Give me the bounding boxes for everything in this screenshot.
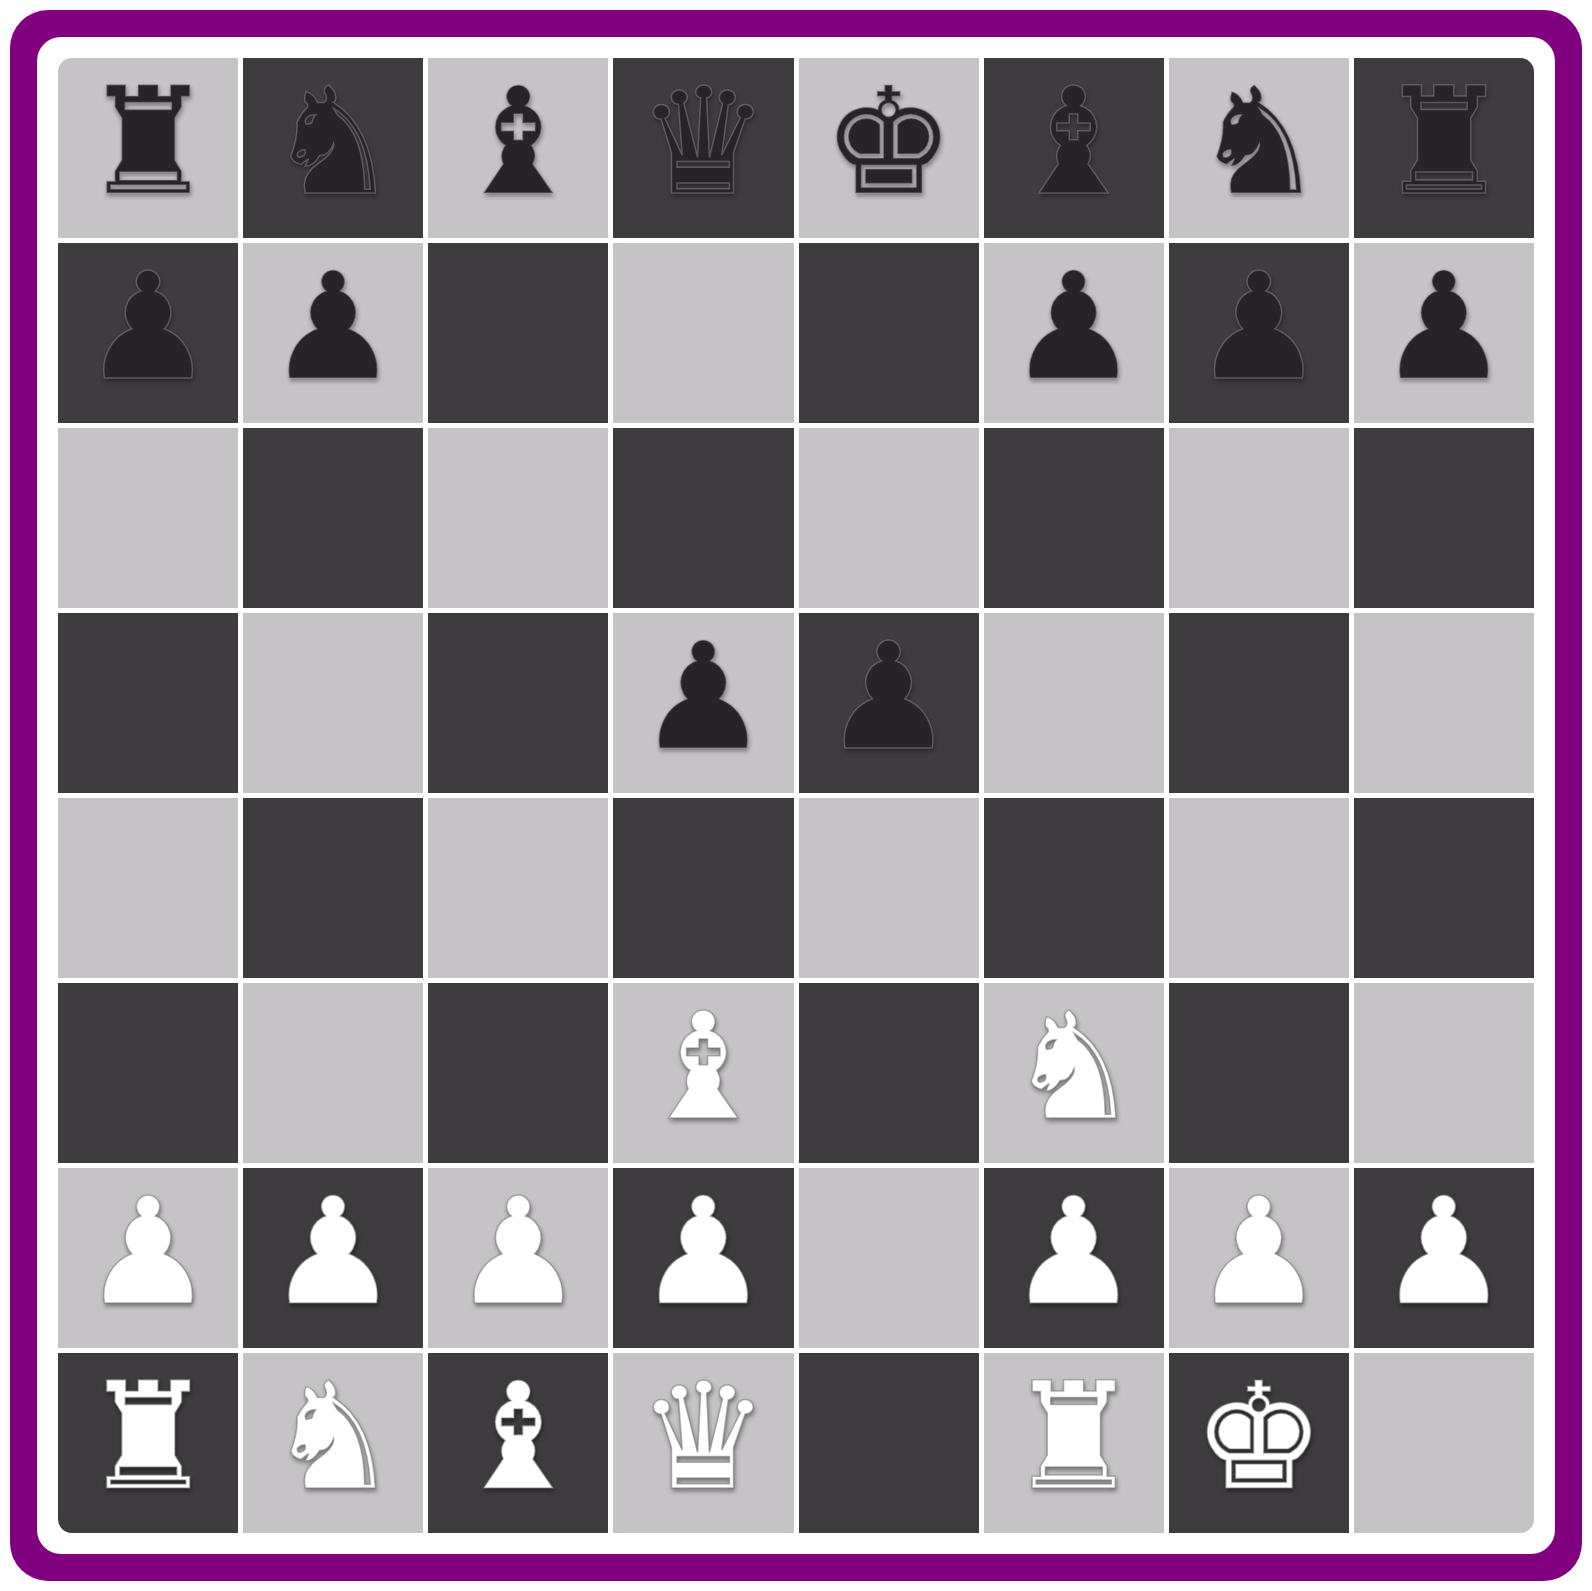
square-e8[interactable]: ♚ (799, 58, 979, 238)
square-e6[interactable] (799, 428, 979, 608)
white-knight[interactable]: ♞ (267, 1363, 400, 1511)
square-b2[interactable]: ♟ (243, 1168, 423, 1348)
black-rook[interactable]: ♜ (82, 68, 215, 216)
square-e7[interactable] (799, 243, 979, 423)
square-d6[interactable] (613, 428, 793, 608)
square-a4[interactable] (58, 798, 238, 978)
square-f7[interactable]: ♟ (984, 243, 1164, 423)
square-b5[interactable] (243, 613, 423, 793)
square-d5[interactable]: ♟ (613, 613, 793, 793)
black-knight[interactable]: ♞ (1192, 68, 1325, 216)
white-pawn[interactable]: ♟ (1192, 1178, 1325, 1326)
square-c1[interactable]: ♝ (428, 1353, 608, 1533)
square-g7[interactable]: ♟ (1169, 243, 1349, 423)
white-bishop[interactable]: ♝ (452, 1363, 585, 1511)
white-bishop[interactable]: ♝ (637, 993, 770, 1141)
square-b6[interactable] (243, 428, 423, 608)
white-pawn[interactable]: ♟ (82, 1178, 215, 1326)
black-queen[interactable]: ♛ (637, 68, 770, 216)
square-f2[interactable]: ♟ (984, 1168, 1164, 1348)
square-f6[interactable] (984, 428, 1164, 608)
square-h1[interactable] (1354, 1353, 1534, 1533)
square-c4[interactable] (428, 798, 608, 978)
square-g6[interactable] (1169, 428, 1349, 608)
square-h6[interactable] (1354, 428, 1534, 608)
square-b7[interactable]: ♟ (243, 243, 423, 423)
square-g4[interactable] (1169, 798, 1349, 978)
square-e2[interactable] (799, 1168, 979, 1348)
black-knight[interactable]: ♞ (267, 68, 400, 216)
square-b4[interactable] (243, 798, 423, 978)
square-d4[interactable] (613, 798, 793, 978)
black-pawn[interactable]: ♟ (1007, 253, 1140, 401)
white-rook[interactable]: ♜ (82, 1363, 215, 1511)
square-a5[interactable] (58, 613, 238, 793)
black-bishop[interactable]: ♝ (1007, 68, 1140, 216)
square-a8[interactable]: ♜ (58, 58, 238, 238)
white-pawn[interactable]: ♟ (267, 1178, 400, 1326)
square-d2[interactable]: ♟ (613, 1168, 793, 1348)
square-b3[interactable] (243, 983, 423, 1163)
square-h5[interactable] (1354, 613, 1534, 793)
black-pawn[interactable]: ♟ (1192, 253, 1325, 401)
white-pawn[interactable]: ♟ (637, 1178, 770, 1326)
square-a3[interactable] (58, 983, 238, 1163)
square-f8[interactable]: ♝ (984, 58, 1164, 238)
square-b8[interactable]: ♞ (243, 58, 423, 238)
square-f1[interactable]: ♜ (984, 1353, 1164, 1533)
square-g2[interactable]: ♟ (1169, 1168, 1349, 1348)
chess-board: ♜♞♝♛♚♝♞♜♟♟♟♟♟♟♟♝♞♟♟♟♟♟♟♟♜♞♝♛♜♚ (58, 58, 1534, 1533)
square-g5[interactable] (1169, 613, 1349, 793)
white-king[interactable]: ♚ (1192, 1363, 1325, 1511)
square-d8[interactable]: ♛ (613, 58, 793, 238)
square-h4[interactable] (1354, 798, 1534, 978)
square-a7[interactable]: ♟ (58, 243, 238, 423)
square-c7[interactable] (428, 243, 608, 423)
black-pawn[interactable]: ♟ (267, 253, 400, 401)
square-d1[interactable]: ♛ (613, 1353, 793, 1533)
board-frame: ♜♞♝♛♚♝♞♜♟♟♟♟♟♟♟♝♞♟♟♟♟♟♟♟♜♞♝♛♜♚ (10, 10, 1582, 1581)
square-g1[interactable]: ♚ (1169, 1353, 1349, 1533)
square-f4[interactable] (984, 798, 1164, 978)
white-rook[interactable]: ♜ (1007, 1363, 1140, 1511)
board-inner-border: ♜♞♝♛♚♝♞♜♟♟♟♟♟♟♟♝♞♟♟♟♟♟♟♟♜♞♝♛♜♚ (37, 37, 1555, 1554)
page: ♜♞♝♛♚♝♞♜♟♟♟♟♟♟♟♝♞♟♟♟♟♟♟♟♜♞♝♛♜♚ (0, 0, 1592, 1591)
square-d7[interactable] (613, 243, 793, 423)
white-pawn[interactable]: ♟ (452, 1178, 585, 1326)
square-f3[interactable]: ♞ (984, 983, 1164, 1163)
white-knight[interactable]: ♞ (1007, 993, 1140, 1141)
square-g8[interactable]: ♞ (1169, 58, 1349, 238)
black-pawn[interactable]: ♟ (82, 253, 215, 401)
square-c5[interactable] (428, 613, 608, 793)
square-c2[interactable]: ♟ (428, 1168, 608, 1348)
black-pawn[interactable]: ♟ (1378, 253, 1511, 401)
square-h8[interactable]: ♜ (1354, 58, 1534, 238)
square-c8[interactable]: ♝ (428, 58, 608, 238)
square-h2[interactable]: ♟ (1354, 1168, 1534, 1348)
square-e4[interactable] (799, 798, 979, 978)
square-a1[interactable]: ♜ (58, 1353, 238, 1533)
white-queen[interactable]: ♛ (637, 1363, 770, 1511)
square-c6[interactable] (428, 428, 608, 608)
square-a6[interactable] (58, 428, 238, 608)
square-e5[interactable]: ♟ (799, 613, 979, 793)
white-pawn[interactable]: ♟ (1007, 1178, 1140, 1326)
square-h3[interactable] (1354, 983, 1534, 1163)
square-f5[interactable] (984, 613, 1164, 793)
square-h7[interactable]: ♟ (1354, 243, 1534, 423)
square-b1[interactable]: ♞ (243, 1353, 423, 1533)
square-g3[interactable] (1169, 983, 1349, 1163)
square-e1[interactable] (799, 1353, 979, 1533)
black-bishop[interactable]: ♝ (452, 68, 585, 216)
black-king[interactable]: ♚ (822, 68, 955, 216)
white-pawn[interactable]: ♟ (1378, 1178, 1511, 1326)
square-a2[interactable]: ♟ (58, 1168, 238, 1348)
square-d3[interactable]: ♝ (613, 983, 793, 1163)
square-e3[interactable] (799, 983, 979, 1163)
square-c3[interactable] (428, 983, 608, 1163)
black-rook[interactable]: ♜ (1378, 68, 1511, 216)
black-pawn[interactable]: ♟ (822, 623, 955, 771)
black-pawn[interactable]: ♟ (637, 623, 770, 771)
